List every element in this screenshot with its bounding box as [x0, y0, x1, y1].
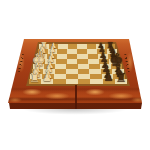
square [53, 79, 65, 84]
square [66, 79, 78, 84]
square [41, 79, 53, 84]
board-row [29, 79, 127, 84]
chess-set-photo[interactable]: ♜♞♝♛♚♝♞♜♟♟♟♟♟♟♟♟♟♟♟♟♟♟♟♟♜♞♝♛♚♝♞♜ [0, 0, 150, 150]
square [103, 79, 115, 84]
square [78, 79, 90, 84]
fold-seam [75, 85, 76, 109]
square [90, 79, 102, 84]
square [29, 79, 41, 84]
square [115, 79, 127, 84]
